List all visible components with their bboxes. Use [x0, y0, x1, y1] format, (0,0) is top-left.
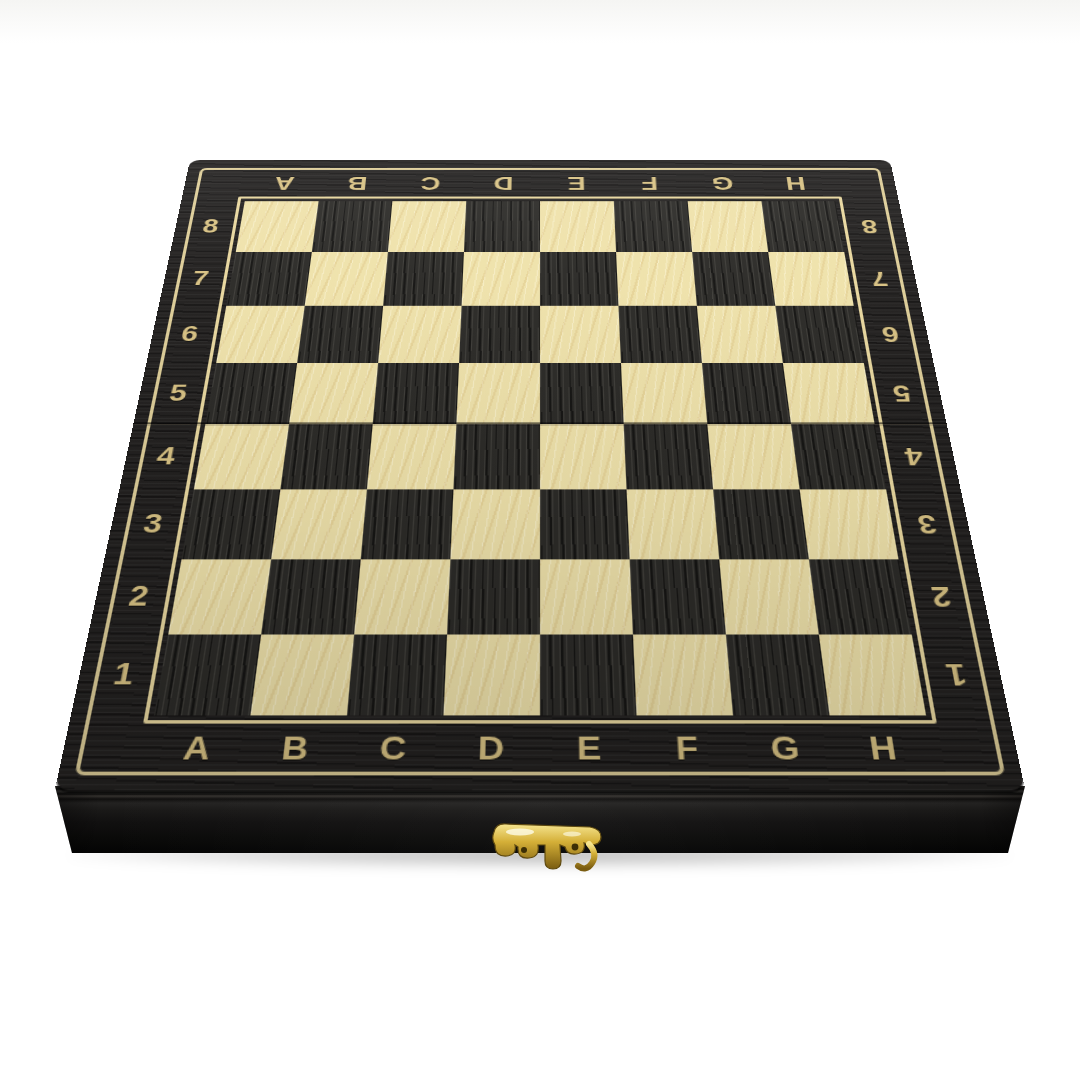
square-b8 [312, 201, 393, 252]
rank-label-5: 5 [146, 363, 209, 424]
file-labels-top: ABCDEFGH [245, 168, 834, 197]
square-a5 [205, 363, 297, 424]
rank-label-5: 5 [871, 363, 934, 424]
square-d2 [447, 559, 540, 634]
file-label-c: C [342, 722, 444, 776]
rank-label-2: 2 [102, 559, 174, 634]
rank-label-8: 8 [841, 201, 898, 252]
square-f3 [627, 489, 720, 559]
square-a7 [226, 252, 312, 306]
square-h5 [783, 363, 875, 424]
square-f7 [616, 252, 697, 306]
square-e2 [540, 559, 633, 634]
file-label-d: D [441, 722, 540, 776]
file-label-f: F [612, 168, 687, 197]
square-e7 [540, 252, 618, 306]
square-g8 [688, 201, 769, 252]
file-label-b: B [319, 168, 395, 197]
square-b2 [261, 559, 361, 634]
square-g4 [707, 424, 799, 489]
square-c3 [361, 489, 454, 559]
square-e5 [540, 363, 624, 424]
rank-label-1: 1 [920, 635, 995, 716]
square-b7 [305, 252, 388, 306]
square-f5 [621, 363, 707, 424]
square-c8 [388, 201, 466, 252]
rank-label-6: 6 [860, 306, 921, 363]
file-label-g: G [685, 168, 761, 197]
file-label-d: D [466, 168, 540, 197]
square-f8 [614, 201, 692, 252]
file-label-e: E [540, 722, 639, 776]
rank-label-3: 3 [893, 489, 962, 559]
rank-label-4: 4 [882, 424, 948, 489]
square-e4 [540, 424, 627, 489]
square-f2 [630, 559, 726, 634]
square-g3 [713, 489, 809, 559]
square-d1 [443, 635, 540, 716]
file-label-h: H [830, 722, 936, 776]
square-c7 [383, 252, 464, 306]
square-a2 [168, 559, 271, 634]
square-d6 [459, 306, 540, 363]
square-b1 [250, 635, 354, 716]
square-a8 [236, 201, 319, 252]
clasp-gold-latch-icon [486, 818, 612, 880]
product-photo: ABCDEFGH ABCDEFGH 87654321 87654321 [0, 0, 1080, 1080]
file-label-a: A [245, 168, 322, 197]
square-b3 [271, 489, 367, 559]
board-squares [154, 201, 926, 715]
rank-label-8: 8 [182, 201, 239, 252]
square-b6 [297, 306, 383, 363]
square-c2 [354, 559, 450, 634]
square-h3 [800, 489, 899, 559]
square-g5 [702, 363, 791, 424]
board-scene: ABCDEFGH ABCDEFGH 87654321 87654321 [190, 160, 890, 860]
rank-label-4: 4 [133, 424, 199, 489]
square-f1 [633, 635, 733, 716]
square-g1 [726, 635, 830, 716]
square-c1 [347, 635, 447, 716]
square-g2 [719, 559, 819, 634]
square-c4 [367, 424, 456, 489]
rank-label-7: 7 [171, 252, 230, 306]
square-g6 [697, 306, 783, 363]
file-label-b: B [242, 722, 346, 776]
chess-board: ABCDEFGH ABCDEFGH 87654321 87654321 [55, 160, 1025, 790]
square-c5 [373, 363, 459, 424]
square-b5 [289, 363, 378, 424]
square-b4 [280, 424, 372, 489]
file-label-c: C [393, 168, 468, 197]
file-label-h: H [757, 168, 834, 197]
square-a3 [181, 489, 280, 559]
file-label-f: F [637, 722, 739, 776]
file-labels-bottom: ABCDEFGH [143, 722, 937, 776]
square-a1 [154, 635, 261, 716]
square-d5 [456, 363, 540, 424]
file-label-g: G [734, 722, 838, 776]
square-h7 [768, 252, 854, 306]
square-d8 [464, 201, 540, 252]
square-h8 [761, 201, 844, 252]
square-e8 [540, 201, 616, 252]
square-d7 [462, 252, 540, 306]
square-e3 [540, 489, 630, 559]
square-a6 [216, 306, 305, 363]
square-d3 [450, 489, 540, 559]
square-h1 [819, 635, 926, 716]
file-label-e: E [540, 168, 614, 197]
rank-label-2: 2 [906, 559, 978, 634]
square-h4 [791, 424, 886, 489]
square-d4 [453, 424, 540, 489]
file-label-a: A [143, 722, 249, 776]
rank-label-7: 7 [851, 252, 910, 306]
square-f6 [618, 306, 701, 363]
square-e6 [540, 306, 621, 363]
square-a4 [194, 424, 289, 489]
square-h6 [775, 306, 864, 363]
square-c6 [378, 306, 461, 363]
square-g7 [692, 252, 775, 306]
square-h2 [809, 559, 912, 634]
square-e1 [540, 635, 637, 716]
rank-label-1: 1 [86, 635, 161, 716]
square-f4 [624, 424, 713, 489]
rank-label-3: 3 [118, 489, 187, 559]
rank-label-6: 6 [159, 306, 220, 363]
